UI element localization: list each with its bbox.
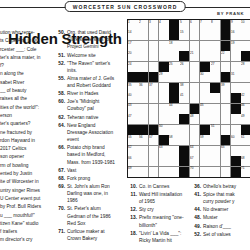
white-cell[interactable]: 69 xyxy=(128,167,138,177)
white-cell[interactable] xyxy=(210,114,220,124)
cell-number: 2 xyxy=(139,20,141,24)
black-cell xyxy=(200,62,210,72)
cell-number: 4 xyxy=(159,20,161,24)
white-cell[interactable]: 47 xyxy=(128,114,138,124)
white-cell[interactable] xyxy=(169,167,179,177)
black-cell xyxy=(221,30,231,40)
clue-fragment: ne fractured by xyxy=(0,129,56,137)
white-cell[interactable]: 14 xyxy=(128,30,138,40)
white-cell[interactable]: 50 xyxy=(159,125,169,135)
white-cell[interactable]: 21 xyxy=(190,51,200,61)
cell-number: 29 xyxy=(159,72,162,76)
white-cell[interactable]: 61 xyxy=(241,135,250,145)
clue-number: 52. xyxy=(56,60,67,74)
white-cell[interactable] xyxy=(241,83,250,93)
clue-text: "Livin' La Vida ___": Ricky Martin hit xyxy=(139,230,181,244)
black-cell xyxy=(190,104,200,114)
white-cell[interactable] xyxy=(169,146,179,156)
clue-text: Muster xyxy=(203,214,218,221)
cell-number: 43 xyxy=(128,103,131,107)
clue-item: 71.Curlicue maker at Crown Bakery xyxy=(56,228,127,242)
cell-number: 8 xyxy=(211,20,213,24)
white-cell[interactable] xyxy=(159,51,169,61)
clue-fragment: tizen Kane" studio xyxy=(0,220,56,228)
clue-item: 66.Potato chip brand based in Medford, M… xyxy=(56,144,127,166)
clue-number: 13. xyxy=(128,214,139,228)
white-cell[interactable]: 39 xyxy=(221,83,231,93)
clue-item: 50.Org. that used David Clark space suit… xyxy=(56,29,127,51)
clue-fragment: erson xyxy=(0,112,56,120)
white-cell[interactable]: 20 xyxy=(128,51,138,61)
white-cell[interactable] xyxy=(138,114,148,124)
white-cell[interactable] xyxy=(231,146,241,156)
black-cell xyxy=(169,20,179,30)
white-cell[interactable]: 1 xyxy=(128,20,138,30)
white-cell[interactable]: 56 xyxy=(138,135,148,145)
cell-number: 66 xyxy=(128,156,131,160)
white-cell[interactable] xyxy=(149,41,159,51)
white-cell[interactable] xyxy=(179,41,189,51)
white-cell[interactable] xyxy=(241,72,250,82)
clue-item: 52."The Raven" writer's inits. xyxy=(56,60,127,74)
white-cell[interactable]: 49 xyxy=(241,114,250,124)
white-cell[interactable] xyxy=(231,125,241,135)
white-cell[interactable] xyxy=(221,167,231,177)
white-cell[interactable] xyxy=(210,135,220,145)
white-cell[interactable] xyxy=(190,93,200,103)
white-cell[interactable]: 70 xyxy=(190,167,200,177)
white-cell[interactable] xyxy=(169,72,179,82)
white-cell[interactable] xyxy=(149,104,159,114)
white-cell[interactable] xyxy=(179,125,189,135)
white-cell[interactable] xyxy=(169,125,179,135)
cell-number: 17 xyxy=(128,41,131,45)
white-cell[interactable]: 35 xyxy=(128,83,138,93)
clue-number: 71. xyxy=(56,228,67,242)
clue-number: 50. xyxy=(56,29,67,51)
clue-number: 51. xyxy=(56,52,67,59)
cell-number: 14 xyxy=(128,30,131,34)
clue-number: 52. xyxy=(192,231,203,238)
white-cell[interactable] xyxy=(190,41,200,51)
clue-fragment: f? xyxy=(0,62,56,70)
white-cell[interactable] xyxy=(138,41,148,51)
white-cell[interactable] xyxy=(200,30,210,40)
white-cell[interactable] xyxy=(221,104,231,114)
white-cell[interactable]: 68 xyxy=(241,156,250,166)
clue-fragment: untry singer Rimes xyxy=(0,187,56,195)
cell-number: 50 xyxy=(159,124,162,128)
white-cell[interactable]: 29 xyxy=(159,72,169,82)
cell-number: 19 xyxy=(231,41,234,45)
clue-text: Spice that mak curry powder y xyxy=(203,191,235,205)
white-cell[interactable]: 19 xyxy=(231,41,241,51)
black-cell xyxy=(221,41,231,51)
black-cell xyxy=(149,125,159,135)
cell-number: 20 xyxy=(128,51,131,55)
white-cell[interactable] xyxy=(190,125,200,135)
white-cell[interactable]: 71 xyxy=(241,167,250,177)
clue-fragment: rdon Hayward in xyxy=(0,137,56,145)
white-cell[interactable] xyxy=(179,72,189,82)
white-cell[interactable]: 41 xyxy=(179,93,189,103)
clue-text: River in Hades xyxy=(67,90,98,97)
clue-item: 58.River in Hades xyxy=(56,90,127,97)
clue-number: 60. xyxy=(56,98,67,112)
white-cell[interactable]: 55 xyxy=(128,135,138,145)
white-cell[interactable] xyxy=(149,167,159,177)
black-cell xyxy=(221,135,231,145)
black-cell xyxy=(128,72,138,82)
cell-number: 22 xyxy=(221,51,224,55)
white-cell[interactable] xyxy=(210,167,220,177)
black-cell xyxy=(169,83,179,93)
white-cell[interactable]: 22 xyxy=(221,51,231,61)
cell-number: 68 xyxy=(241,156,244,160)
white-cell[interactable] xyxy=(210,41,220,51)
white-cell[interactable]: 15 xyxy=(179,30,189,40)
clue-item: 44.No dreamer xyxy=(192,206,250,213)
cell-number: 65 xyxy=(221,145,224,149)
clue-item: 52.Set of values xyxy=(192,231,250,238)
clue-fragment: 2017 Celtics xyxy=(0,145,56,153)
clue-fragment: by Prof. Bull Riders xyxy=(0,203,56,211)
white-cell[interactable] xyxy=(149,146,159,156)
white-cell[interactable] xyxy=(190,83,200,93)
clue-text: Raison d'___ xyxy=(203,223,231,230)
clue-number: 44. xyxy=(192,206,203,213)
clue-fragment: sabet River xyxy=(0,79,56,87)
white-cell[interactable] xyxy=(138,104,148,114)
white-cell[interactable] xyxy=(179,135,189,145)
white-cell[interactable] xyxy=(159,167,169,177)
clue-fragment: son opener xyxy=(0,153,56,161)
white-cell[interactable]: 30 xyxy=(200,72,210,82)
white-cell[interactable] xyxy=(210,156,220,166)
black-cell xyxy=(179,146,189,156)
cell-number: 24 xyxy=(128,62,131,66)
clue-item: 10.Co. in Cannes xyxy=(128,183,192,190)
white-cell[interactable]: 3 xyxy=(149,20,159,30)
white-cell[interactable]: 16 xyxy=(231,30,241,40)
cell-number: 44 xyxy=(169,103,172,107)
clue-fragment: n along the xyxy=(0,70,56,78)
white-cell[interactable] xyxy=(241,30,250,40)
white-cell[interactable] xyxy=(159,156,169,166)
cell-number: 60 xyxy=(231,135,234,139)
white-cell[interactable] xyxy=(200,156,210,166)
cell-number: 57 xyxy=(149,135,152,139)
white-cell[interactable]: 7 xyxy=(200,20,210,30)
white-cell[interactable] xyxy=(149,114,159,124)
white-cell[interactable] xyxy=(138,51,148,61)
white-cell[interactable]: 36 xyxy=(138,83,148,93)
clue-number: 18. xyxy=(128,230,139,244)
white-cell[interactable] xyxy=(200,167,210,177)
clue-item: 48.Muster xyxy=(192,214,250,221)
white-cell[interactable] xyxy=(138,167,148,177)
clue-fragment: ution who repre- xyxy=(0,29,56,37)
clue-fragment: __ of beauty xyxy=(0,87,56,95)
white-cell[interactable] xyxy=(159,114,169,124)
white-cell[interactable]: 60 xyxy=(231,135,241,145)
white-cell[interactable] xyxy=(221,114,231,124)
clue-number: 68. xyxy=(56,175,67,182)
white-cell[interactable] xyxy=(200,146,210,156)
white-cell[interactable]: 63 xyxy=(159,146,169,156)
white-cell[interactable]: 9 xyxy=(231,20,241,30)
black-cell xyxy=(138,72,148,82)
black-cell xyxy=(200,125,210,135)
white-cell[interactable] xyxy=(221,156,231,166)
white-cell[interactable] xyxy=(221,62,231,72)
white-cell[interactable]: 28 xyxy=(241,62,250,72)
white-cell[interactable] xyxy=(138,146,148,156)
clue-number: 69. xyxy=(56,183,67,205)
cell-number: 47 xyxy=(128,114,131,118)
white-cell[interactable]: 45 xyxy=(200,104,210,114)
clue-column-down-a: 10.Co. in Cannes11.Ward Hill installatio… xyxy=(128,183,192,245)
cell-number: 26 xyxy=(180,62,183,66)
cell-number: 36 xyxy=(139,83,142,87)
white-cell[interactable] xyxy=(149,30,159,40)
white-cell[interactable] xyxy=(179,104,189,114)
black-cell xyxy=(179,156,189,166)
cell-number: 18 xyxy=(169,41,172,45)
white-cell[interactable] xyxy=(200,83,210,93)
white-cell[interactable] xyxy=(159,83,169,93)
clue-fragment: f trailers xyxy=(0,228,56,236)
clue-text: Welcome site xyxy=(67,52,96,59)
white-cell[interactable] xyxy=(210,104,220,114)
white-cell[interactable]: 31 xyxy=(231,72,241,82)
white-cell[interactable]: 38 xyxy=(179,83,189,93)
white-cell[interactable] xyxy=(149,156,159,166)
cell-number: 45 xyxy=(200,103,203,107)
cell-number: 61 xyxy=(241,135,244,139)
cell-number: 10 xyxy=(241,20,244,24)
white-cell[interactable] xyxy=(138,156,148,166)
cell-number: 30 xyxy=(200,72,203,76)
white-cell[interactable] xyxy=(169,51,179,61)
clue-column-left-cropped: ution who repre-ts Cape Ann in DCrcester… xyxy=(0,29,56,250)
clue-number: 66. xyxy=(56,144,67,166)
white-cell[interactable]: 66 xyxy=(128,156,138,166)
crossword-grid[interactable]: 1234567891011121314151617181920212223242… xyxy=(127,19,250,178)
clue-item: 51.Welcome site xyxy=(56,52,127,59)
white-cell[interactable] xyxy=(210,72,220,82)
cell-number: 27 xyxy=(211,62,214,66)
crossword-grid-viewport: 1234567891011121314151617181920212223242… xyxy=(127,19,250,178)
white-cell[interactable]: 46 xyxy=(241,104,250,114)
white-cell[interactable] xyxy=(138,62,148,72)
byline: BY FRANK xyxy=(217,11,244,16)
white-cell[interactable]: 67 xyxy=(190,156,200,166)
white-cell[interactable] xyxy=(169,114,179,124)
white-cell[interactable] xyxy=(149,93,159,103)
white-cell[interactable]: 64 xyxy=(190,146,200,156)
white-cell[interactable] xyxy=(149,51,159,61)
black-cell xyxy=(138,125,148,135)
white-cell[interactable]: 8 xyxy=(210,20,220,30)
clue-text: Prefix meaning "one- billionth" xyxy=(139,214,184,228)
black-cell xyxy=(241,51,250,61)
white-cell[interactable] xyxy=(231,62,241,72)
cell-number: 28 xyxy=(241,62,244,66)
black-cell xyxy=(179,114,189,124)
white-cell[interactable] xyxy=(210,146,220,156)
black-cell xyxy=(231,167,241,177)
white-cell[interactable] xyxy=(210,93,220,103)
white-cell[interactable] xyxy=(190,72,200,82)
white-cell[interactable] xyxy=(138,93,148,103)
cell-number: 55 xyxy=(128,135,131,139)
clue-fragment: ts Cape Ann in DC xyxy=(0,37,56,45)
white-cell[interactable] xyxy=(231,114,241,124)
clue-column-across: 50.Org. that used David Clark space suit… xyxy=(56,29,127,243)
black-cell xyxy=(169,30,179,40)
white-cell[interactable]: 27 xyxy=(210,62,220,72)
cell-number: 62 xyxy=(128,145,131,149)
clue-number: 49. xyxy=(192,223,203,230)
cell-number: 31 xyxy=(231,72,234,76)
cell-number: 16 xyxy=(231,30,234,34)
white-cell[interactable] xyxy=(159,41,169,51)
white-cell[interactable] xyxy=(159,104,169,114)
cell-number: 37 xyxy=(149,83,152,87)
white-cell[interactable] xyxy=(200,41,210,51)
clue-text: St. Peter's alum Gedman of the 1986 Red … xyxy=(67,205,111,227)
white-cell[interactable]: 2 xyxy=(138,20,148,30)
clue-text: Potato chip brand based in Medford, Mass… xyxy=(67,144,115,166)
white-cell[interactable] xyxy=(149,62,159,72)
clue-text: Set of values xyxy=(203,231,231,238)
masthead-title: WORCESTER SUN CROSSWORD xyxy=(65,1,186,12)
white-cell[interactable] xyxy=(200,114,210,124)
white-cell[interactable] xyxy=(231,51,241,61)
clue-fragment: ter's alma mater, in xyxy=(0,54,56,62)
cell-number: 42 xyxy=(241,93,244,97)
white-cell[interactable] xyxy=(138,30,148,40)
cell-number: 58 xyxy=(169,135,172,139)
white-cell[interactable]: 57 xyxy=(149,135,159,145)
clue-item: 11.Ward Hill installation of 1965 xyxy=(128,191,192,205)
clue-number: 70. xyxy=(56,205,67,227)
white-cell[interactable] xyxy=(159,30,169,40)
white-cell[interactable]: 25 xyxy=(169,62,179,72)
cell-number: 49 xyxy=(241,114,244,118)
white-cell[interactable]: 17 xyxy=(128,41,138,51)
clue-text: Curlicue maker at Crown Bakery xyxy=(67,228,105,242)
white-cell[interactable] xyxy=(169,156,179,166)
white-cell[interactable]: 42 xyxy=(241,93,250,103)
white-cell[interactable]: 62 xyxy=(128,146,138,156)
black-cell xyxy=(159,135,169,145)
clue-number: 48. xyxy=(192,214,203,221)
clue-fragment: ities of the world!": xyxy=(0,104,56,112)
clue-number: 41. xyxy=(192,191,203,205)
cell-number: 39 xyxy=(221,83,224,87)
black-cell xyxy=(179,51,189,61)
white-cell[interactable]: 40 xyxy=(128,93,138,103)
black-cell xyxy=(221,72,231,82)
white-cell[interactable]: 59 xyxy=(200,135,210,145)
clue-fragment: rm of bowling xyxy=(0,162,56,170)
clue-fragment: ter's quarters? xyxy=(0,120,56,128)
white-cell[interactable]: 18 xyxy=(169,41,179,51)
cell-number: 21 xyxy=(190,51,193,55)
black-cell xyxy=(241,125,250,135)
clue-item: 68.Fork prong xyxy=(56,175,127,182)
white-cell[interactable] xyxy=(210,30,220,40)
white-cell[interactable] xyxy=(210,51,220,61)
clue-text: Alma mater of J. Geils and Robert Goddar… xyxy=(67,75,114,89)
cell-number: 38 xyxy=(180,83,183,87)
white-cell[interactable]: 24 xyxy=(128,62,138,72)
white-cell[interactable]: 6 xyxy=(190,20,200,30)
cell-number: 15 xyxy=(180,30,183,34)
white-cell[interactable] xyxy=(241,146,250,156)
black-cell xyxy=(231,104,241,114)
black-cell xyxy=(159,62,169,72)
cell-number: 5 xyxy=(180,20,182,24)
clue-item: 13.Prefix meaning "one- billionth" xyxy=(128,214,192,228)
clue-number: 67. xyxy=(56,167,67,174)
white-cell[interactable] xyxy=(221,93,231,103)
cell-number: 56 xyxy=(139,135,142,139)
white-cell[interactable] xyxy=(200,51,210,61)
white-cell[interactable] xyxy=(221,125,231,135)
clue-number: 64. xyxy=(56,122,67,144)
white-cell[interactable]: 26 xyxy=(179,62,189,72)
cell-number: 35 xyxy=(128,83,131,87)
black-cell xyxy=(221,20,231,30)
white-cell[interactable]: 44 xyxy=(169,104,179,114)
white-cell[interactable] xyxy=(190,62,200,72)
white-cell[interactable]: 58 xyxy=(169,135,179,145)
white-cell[interactable] xyxy=(159,93,169,103)
clue-item: 36.Othello's betray xyxy=(192,183,250,190)
clue-number: 62. xyxy=(56,114,67,121)
clue-number: 11. xyxy=(128,191,139,205)
clue-text: "The Raven" writer's inits. xyxy=(67,60,110,74)
white-cell[interactable]: 65 xyxy=(221,146,231,156)
cell-number: 41 xyxy=(180,93,183,97)
white-cell[interactable] xyxy=(231,83,241,93)
clue-number: 58. xyxy=(56,90,67,97)
white-cell[interactable] xyxy=(241,41,250,51)
white-cell[interactable]: 51 xyxy=(210,125,220,135)
clue-fragment: ented by Justin xyxy=(0,170,56,178)
white-cell[interactable]: 43 xyxy=(128,104,138,114)
white-cell[interactable]: 48 xyxy=(190,114,200,124)
clue-item: 67.Vast xyxy=(56,167,127,174)
cell-number: 51 xyxy=(211,124,214,128)
clue-text: Ward Hill installation of 1965 xyxy=(139,191,182,205)
white-cell[interactable]: 10 xyxy=(241,20,250,30)
cell-number: 40 xyxy=(128,93,131,97)
white-cell[interactable]: 4 xyxy=(159,20,169,30)
white-cell[interactable]: 37 xyxy=(149,83,159,93)
white-cell[interactable] xyxy=(190,135,200,145)
clue-number: 12. xyxy=(128,206,139,213)
clue-text: Joe's "Midnight Cowboy" pal xyxy=(67,98,99,112)
white-cell[interactable] xyxy=(200,93,210,103)
white-cell[interactable]: 5 xyxy=(179,20,189,30)
white-cell[interactable] xyxy=(190,30,200,40)
clue-fragment: m director's cry xyxy=(0,236,56,244)
clue-text: Fork prong xyxy=(67,175,90,182)
